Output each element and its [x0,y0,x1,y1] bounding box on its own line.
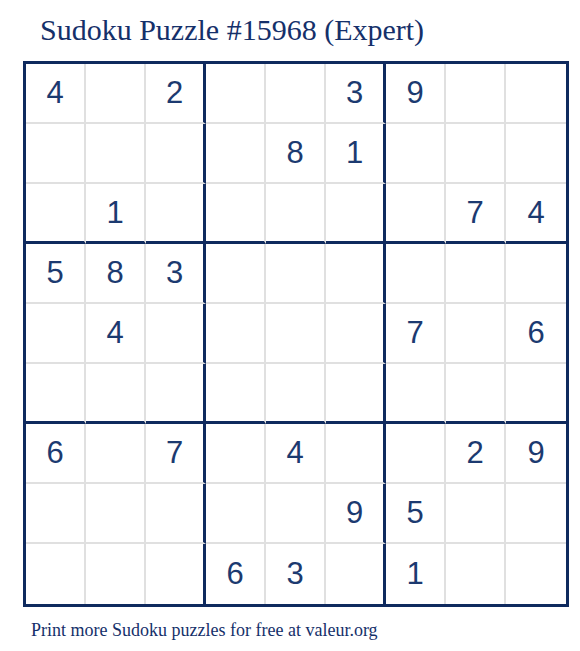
sudoku-cell-r9c5[interactable]: 3 [266,544,326,604]
sudoku-cell-r3c5[interactable] [266,184,326,244]
sudoku-cell-r4c7[interactable] [386,244,446,304]
sudoku-cell-r7c7[interactable] [386,424,446,484]
sudoku-cell-r9c3[interactable] [146,544,206,604]
sudoku-cell-r8c2[interactable] [86,484,146,544]
sudoku-cell-r6c4[interactable] [206,364,266,424]
sudoku-cell-r5c2[interactable]: 4 [86,304,146,364]
sudoku-cell-r6c5[interactable] [266,364,326,424]
sudoku-cell-r1c4[interactable] [206,64,266,124]
sudoku-cell-r8c1[interactable] [26,484,86,544]
sudoku-cell-r9c8[interactable] [446,544,506,604]
sudoku-cell-r6c8[interactable] [446,364,506,424]
sudoku-cell-r5c5[interactable] [266,304,326,364]
sudoku-cell-r7c2[interactable] [86,424,146,484]
sudoku-cell-r3c3[interactable] [146,184,206,244]
sudoku-cell-r2c4[interactable] [206,124,266,184]
sudoku-cell-r3c4[interactable] [206,184,266,244]
sudoku-cell-r8c5[interactable] [266,484,326,544]
sudoku-cell-r6c9[interactable] [506,364,566,424]
sudoku-cell-r3c7[interactable] [386,184,446,244]
sudoku-cell-r5c7[interactable]: 7 [386,304,446,364]
sudoku-cell-r4c4[interactable] [206,244,266,304]
sudoku-cell-r8c3[interactable] [146,484,206,544]
sudoku-cell-r2c3[interactable] [146,124,206,184]
sudoku-cell-r5c9[interactable]: 6 [506,304,566,364]
sudoku-cell-r2c9[interactable] [506,124,566,184]
sudoku-cell-r2c8[interactable] [446,124,506,184]
footer-text: Print more Sudoku puzzles for free at va… [31,620,580,641]
sudoku-cell-r2c6[interactable]: 1 [326,124,386,184]
sudoku-cell-r6c6[interactable] [326,364,386,424]
sudoku-cell-r9c7[interactable]: 1 [386,544,446,604]
sudoku-cell-r5c3[interactable] [146,304,206,364]
sudoku-cell-r6c2[interactable] [86,364,146,424]
sudoku-cell-r8c9[interactable] [506,484,566,544]
sudoku-cell-r9c9[interactable] [506,544,566,604]
sudoku-cell-r3c2[interactable]: 1 [86,184,146,244]
puzzle-title: Sudoku Puzzle #15968 (Expert) [40,13,580,47]
sudoku-cell-r2c2[interactable] [86,124,146,184]
sudoku-cell-r8c7[interactable]: 5 [386,484,446,544]
sudoku-cell-r7c6[interactable] [326,424,386,484]
sudoku-cell-r1c7[interactable]: 9 [386,64,446,124]
sudoku-cell-r9c4[interactable]: 6 [206,544,266,604]
sudoku-cell-r2c5[interactable]: 8 [266,124,326,184]
sudoku-cell-r4c3[interactable]: 3 [146,244,206,304]
sudoku-cell-r7c5[interactable]: 4 [266,424,326,484]
sudoku-cell-r4c1[interactable]: 5 [26,244,86,304]
sudoku-cell-r1c9[interactable] [506,64,566,124]
sudoku-cell-r5c6[interactable] [326,304,386,364]
sudoku-cell-r6c3[interactable] [146,364,206,424]
sudoku-cell-r1c1[interactable]: 4 [26,64,86,124]
sudoku-cell-r1c3[interactable]: 2 [146,64,206,124]
sudoku-cell-r1c2[interactable] [86,64,146,124]
sudoku-cell-r1c8[interactable] [446,64,506,124]
sudoku-cell-r8c8[interactable] [446,484,506,544]
sudoku-cell-r7c4[interactable] [206,424,266,484]
sudoku-cell-r9c2[interactable] [86,544,146,604]
sudoku-cell-r9c1[interactable] [26,544,86,604]
sudoku-cell-r6c7[interactable] [386,364,446,424]
sudoku-cell-r7c1[interactable]: 6 [26,424,86,484]
sudoku-cell-r7c8[interactable]: 2 [446,424,506,484]
sudoku-cell-r4c2[interactable]: 8 [86,244,146,304]
sudoku-cell-r5c4[interactable] [206,304,266,364]
sudoku-cell-r9c6[interactable] [326,544,386,604]
sudoku-cell-r3c1[interactable] [26,184,86,244]
sudoku-cell-r8c6[interactable]: 9 [326,484,386,544]
sudoku-cell-r4c6[interactable] [326,244,386,304]
sudoku-cell-r5c8[interactable] [446,304,506,364]
sudoku-cell-r2c1[interactable] [26,124,86,184]
sudoku-cell-r7c9[interactable]: 9 [506,424,566,484]
sudoku-cell-r3c6[interactable] [326,184,386,244]
sudoku-cell-r8c4[interactable] [206,484,266,544]
sudoku-cell-r4c5[interactable] [266,244,326,304]
sudoku-cell-r4c9[interactable] [506,244,566,304]
sudoku-cell-r6c1[interactable] [26,364,86,424]
sudoku-cell-r3c8[interactable]: 7 [446,184,506,244]
sudoku-cell-r3c9[interactable]: 4 [506,184,566,244]
sudoku-cell-r1c6[interactable]: 3 [326,64,386,124]
sudoku-board: 4239811745834766742995631 [23,61,569,607]
sudoku-cell-r7c3[interactable]: 7 [146,424,206,484]
sudoku-cell-r5c1[interactable] [26,304,86,364]
sudoku-cell-r2c7[interactable] [386,124,446,184]
sudoku-cell-r1c5[interactable] [266,64,326,124]
sudoku-cell-r4c8[interactable] [446,244,506,304]
